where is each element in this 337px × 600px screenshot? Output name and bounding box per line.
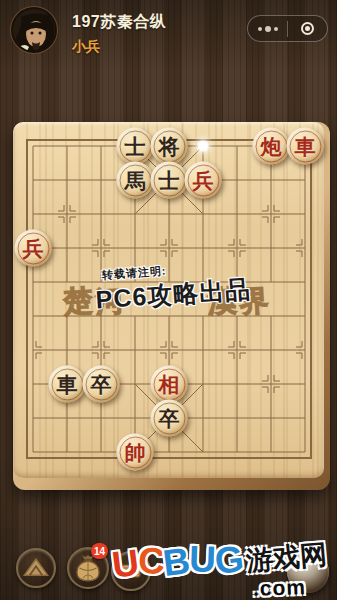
- brand-letter: B: [161, 542, 191, 582]
- piece-black-卒[interactable]: 卒: [151, 400, 188, 437]
- app-screen: 197苏秦合纵 小兵 楚河漢界 士将炮車馬士兵兵車卒相卒帥 转载请注明: PC6…: [0, 0, 337, 600]
- page-title: 197苏秦合纵: [72, 12, 166, 33]
- more-icon: [258, 27, 262, 31]
- close-button[interactable]: [288, 16, 327, 41]
- piece-red-車[interactable]: 車: [287, 128, 324, 165]
- brand-letter: G: [213, 540, 245, 580]
- wechat-capsule: [247, 15, 328, 42]
- site-watermark-brand: UCBUG: [112, 558, 243, 580]
- piece-black-車[interactable]: 車: [49, 366, 86, 403]
- chevron-up-icon: [18, 550, 54, 586]
- river-char: 楚: [62, 281, 93, 322]
- level-difficulty-label: 小兵: [72, 38, 166, 56]
- close-icon: [301, 22, 314, 35]
- expand-button[interactable]: [16, 548, 56, 588]
- avatar[interactable]: [11, 7, 57, 53]
- piece-black-卒[interactable]: 卒: [83, 366, 120, 403]
- header-titles: 197苏秦合纵 小兵: [72, 12, 166, 56]
- avatar-portrait-icon: [13, 9, 57, 53]
- more-button[interactable]: [248, 16, 287, 41]
- piece-black-士[interactable]: 士: [151, 162, 188, 199]
- piece-red-炮[interactable]: 炮: [253, 128, 290, 165]
- site-watermark: UCBUG游戏网 .com: [111, 538, 327, 582]
- piece-black-士[interactable]: 士: [117, 128, 154, 165]
- piece-black-馬[interactable]: 馬: [117, 162, 154, 199]
- brand-letter: U: [189, 540, 216, 578]
- bag-notification-badge: 14: [91, 543, 108, 559]
- site-watermark-cjk: 游戏网: [244, 536, 328, 579]
- brand-letter: C: [137, 542, 164, 580]
- last-move-marker: [199, 142, 208, 151]
- brand-letter: U: [110, 544, 140, 584]
- piece-black-将[interactable]: 将: [151, 128, 188, 165]
- piece-red-帥[interactable]: 帥: [117, 434, 154, 471]
- piece-red-相[interactable]: 相: [151, 366, 188, 403]
- piece-red-兵[interactable]: 兵: [15, 230, 52, 267]
- piece-red-兵[interactable]: 兵: [185, 162, 222, 199]
- site-watermark-suffix: .com: [253, 575, 307, 600]
